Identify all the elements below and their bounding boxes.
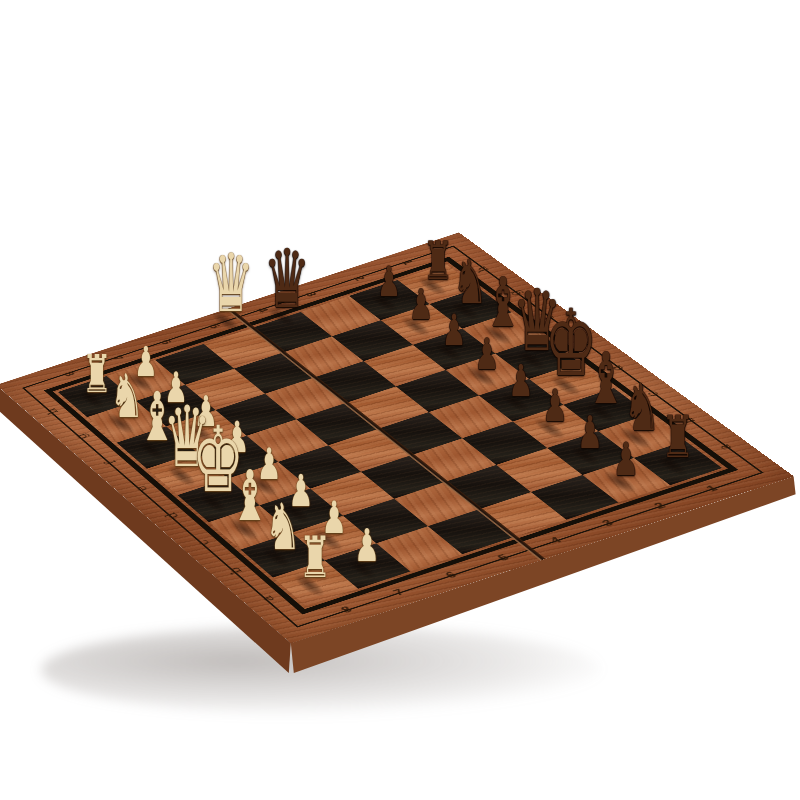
product-photo-stage: 1122334455667788aabbccddeeffgghh ♜♟♞♛♟♛♝… xyxy=(0,0,800,800)
chess-board: 1122334455667788aabbccddeeffgghh xyxy=(0,232,794,643)
